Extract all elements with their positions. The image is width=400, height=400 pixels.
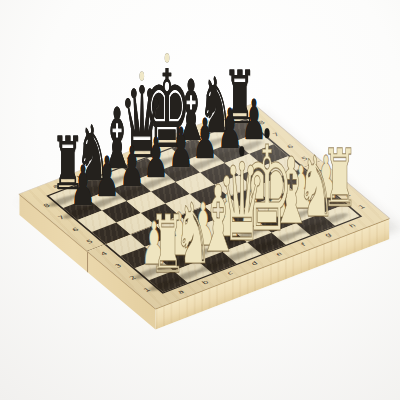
white-king-finial — [264, 128, 269, 138]
rank-label-5-left: 5 — [85, 239, 94, 245]
pieces-layer: ♜♞♝♛♚♝♞♜♟♟♟♟♟♟♟♟♟♟♟♟♟♟♟♟♜♞♝♛♚♝♞♜ — [0, 0, 400, 400]
white-queen-finial — [240, 146, 245, 156]
rank-label-1-right: 1 — [357, 204, 366, 210]
black-queen-finial — [140, 71, 145, 80]
piece-black-pawn-c7[interactable]: ♟ — [119, 139, 144, 195]
piece-white-rook-a1[interactable]: ♜ — [151, 206, 187, 286]
rank-label-6-left: 6 — [71, 227, 80, 233]
fold-seam-side — [87, 252, 88, 273]
rank-label-4-left: 4 — [99, 251, 108, 257]
piece-black-pawn-e7[interactable]: ♟ — [168, 120, 193, 176]
piece-black-pawn-b7[interactable]: ♟ — [95, 148, 120, 204]
piece-black-pawn-a7[interactable]: ♟ — [70, 158, 95, 214]
chess-set-photo: aabbccddeeffgghh1122334455667788 ♜♞♝♛♚♝♞… — [0, 0, 400, 400]
piece-black-pawn-f7[interactable]: ♟ — [193, 110, 218, 166]
black-king-finial — [164, 54, 169, 63]
rank-label-3-left: 3 — [114, 263, 123, 269]
piece-black-pawn-d7[interactable]: ♟ — [144, 129, 169, 185]
